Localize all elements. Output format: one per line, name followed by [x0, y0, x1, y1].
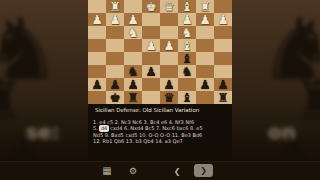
blurred-backdrop-left: ♞ ♜ ♟ se:: [0, 0, 88, 180]
black-knight-piece: ♞: [181, 65, 192, 78]
board-square[interactable]: ♝: [178, 91, 196, 104]
board-square[interactable]: ♝: [178, 52, 196, 65]
board-square[interactable]: [88, 39, 106, 52]
board-square[interactable]: ♚: [142, 0, 160, 13]
black-bishop-piece: ♝: [181, 91, 192, 104]
black-rook-piece: ♜: [127, 91, 138, 104]
move-list-line: 1. e4 c5 2. Nc3 Nc6 3. Bc4 e6 4. Nf3 Nf6: [93, 119, 194, 125]
black-pawn-piece: ♟: [91, 78, 102, 91]
white-pawn-piece: ♟: [91, 13, 102, 26]
board-square[interactable]: [214, 0, 232, 13]
move-list-line: Nd5 9. Bxd5 cxd5 10. O-O O-O 11. Be3 Bd6: [93, 132, 202, 138]
black-pawn-piece: ♟: [163, 78, 174, 91]
board-square[interactable]: ♟: [124, 13, 142, 26]
opening-name-caption: Sicilian Defense: Old Sicilian Variation: [92, 105, 202, 114]
white-queen-piece: ♛: [163, 0, 174, 13]
board-square[interactable]: ♞: [178, 65, 196, 78]
white-pawn-piece: ♟: [181, 13, 192, 26]
board-square[interactable]: [106, 26, 124, 39]
board-grid-icon[interactable]: ▦: [100, 165, 114, 177]
board-square[interactable]: ♛: [160, 91, 178, 104]
blurred-caption-fragment: se:: [26, 120, 59, 144]
board-square[interactable]: ♟: [142, 39, 160, 52]
white-bishop-piece: ♝: [181, 0, 192, 13]
white-rook-piece: ♜: [109, 0, 120, 13]
black-rook-piece: ♜: [217, 91, 228, 104]
board-square[interactable]: ♟: [106, 13, 124, 26]
board-square[interactable]: ♟: [88, 78, 106, 91]
blurred-backdrop-right: ♞ ♜ ♟ on: [232, 0, 320, 180]
white-pawn-piece: ♟: [109, 13, 120, 26]
board-square[interactable]: ♟: [106, 78, 124, 91]
board-square[interactable]: ♟: [88, 13, 106, 26]
white-pawn-piece: ♟: [199, 13, 210, 26]
board-square[interactable]: ♟: [124, 78, 142, 91]
app-screen: ♞ ♜ ♟ se: ♞ ♜ ♟ on ♜♚♛♝♜♟♟♟♟♟♟♞♞♟♟♝♝♞♟♞♟…: [0, 0, 320, 180]
board-square[interactable]: ♟: [142, 65, 160, 78]
black-pawn-piece: ♟: [109, 78, 120, 91]
move-number-label: 5.: [93, 125, 98, 131]
board-square[interactable]: ♝: [178, 39, 196, 52]
board-square[interactable]: [88, 65, 106, 78]
black-queen-piece: ♛: [163, 91, 174, 104]
board-square[interactable]: [142, 13, 160, 26]
board-square[interactable]: [142, 78, 160, 91]
board-square[interactable]: [106, 52, 124, 65]
board-square[interactable]: [88, 26, 106, 39]
next-move-button[interactable]: ❯: [194, 164, 213, 177]
board-square[interactable]: [196, 39, 214, 52]
black-king-piece: ♚: [109, 91, 120, 104]
board-square[interactable]: ♞: [178, 26, 196, 39]
move-list-line: cxd4 6. Nxd4 Bc5 7. Nxc6 bxc6 8. e5: [110, 125, 202, 131]
board-square[interactable]: ♟: [196, 13, 214, 26]
board-square[interactable]: [142, 26, 160, 39]
board-square[interactable]: ♛: [160, 0, 178, 13]
board-square[interactable]: [106, 65, 124, 78]
board-square[interactable]: ♟: [196, 78, 214, 91]
board-square[interactable]: [124, 0, 142, 13]
black-bishop-piece: ♝: [181, 52, 192, 65]
board-square[interactable]: [160, 65, 178, 78]
black-pawn-piece: ♟: [199, 78, 210, 91]
board-square[interactable]: [196, 91, 214, 104]
board-square[interactable]: [214, 52, 232, 65]
board-square[interactable]: ♞: [124, 26, 142, 39]
board-square[interactable]: [142, 91, 160, 104]
board-square[interactable]: [88, 0, 106, 13]
board-square[interactable]: [214, 26, 232, 39]
board-square[interactable]: [106, 39, 124, 52]
board-square[interactable]: [160, 26, 178, 39]
black-pawn-piece: ♟: [217, 78, 228, 91]
white-pawn-piece: ♟: [163, 39, 174, 52]
board-square[interactable]: [196, 65, 214, 78]
board-square[interactable]: ♚: [106, 91, 124, 104]
white-knight-piece: ♞: [127, 26, 138, 39]
board-square[interactable]: ♜: [124, 91, 142, 104]
board-square[interactable]: [88, 52, 106, 65]
board-square[interactable]: [124, 52, 142, 65]
board-square[interactable]: ♞: [124, 65, 142, 78]
settings-gear-icon[interactable]: ⚙: [126, 165, 140, 177]
white-king-piece: ♚: [145, 0, 156, 13]
board-square[interactable]: ♟: [160, 39, 178, 52]
board-square[interactable]: ♟: [214, 13, 232, 26]
white-pawn-piece: ♟: [217, 13, 228, 26]
black-pawn-piece: ♟: [145, 65, 156, 78]
white-knight-piece: ♞: [181, 26, 192, 39]
board-square[interactable]: ♟: [160, 78, 178, 91]
blurred-caption-fragment: on: [268, 120, 296, 144]
board-square[interactable]: [196, 52, 214, 65]
white-pawn-piece: ♟: [127, 13, 138, 26]
white-rook-piece: ♜: [199, 0, 210, 13]
previous-move-icon[interactable]: ❮: [170, 166, 184, 178]
white-pawn-piece: ♟: [145, 39, 156, 52]
move-list-line: 12. Rb1 Qb6 13. b3 Qb4 14. a3 Qe7: [93, 138, 183, 144]
board-square[interactable]: ♟: [214, 78, 232, 91]
move-list-panel: 1. e4 c5 2. Nc3 Nc6 3. Bc4 e6 4. Nf3 Nf6…: [90, 116, 230, 148]
board-square[interactable]: [160, 13, 178, 26]
white-bishop-piece: ♝: [181, 39, 192, 52]
board-square[interactable]: [142, 52, 160, 65]
video-content-column: ♜♚♛♝♜♟♟♟♟♟♟♞♞♟♟♝♝♞♟♞♟♟♟♟♟♟♚♜♛♝♜ Sicilian…: [88, 0, 232, 180]
board-square[interactable]: [88, 91, 106, 104]
black-knight-piece: ♞: [127, 65, 138, 78]
board-square[interactable]: ♜: [106, 0, 124, 13]
blurred-rook-icon: ♜: [0, 74, 24, 128]
board-square[interactable]: [214, 65, 232, 78]
chess-board[interactable]: ♜♚♛♝♜♟♟♟♟♟♟♞♞♟♟♝♝♞♟♞♟♟♟♟♟♟♚♜♛♝♜: [88, 0, 232, 104]
board-square[interactable]: [178, 78, 196, 91]
board-square[interactable]: ♝: [178, 0, 196, 13]
board-square[interactable]: ♜: [196, 0, 214, 13]
blurred-rook-icon: ♜: [294, 74, 320, 128]
board-square[interactable]: [160, 52, 178, 65]
board-square[interactable]: ♜: [214, 91, 232, 104]
bottom-control-bar: ▦ ⚙ ❮ ❯: [0, 161, 320, 180]
board-square[interactable]: [214, 39, 232, 52]
board-square[interactable]: ♟: [178, 13, 196, 26]
black-pawn-piece: ♟: [127, 78, 138, 91]
board-square[interactable]: [196, 26, 214, 39]
board-square[interactable]: [124, 39, 142, 52]
